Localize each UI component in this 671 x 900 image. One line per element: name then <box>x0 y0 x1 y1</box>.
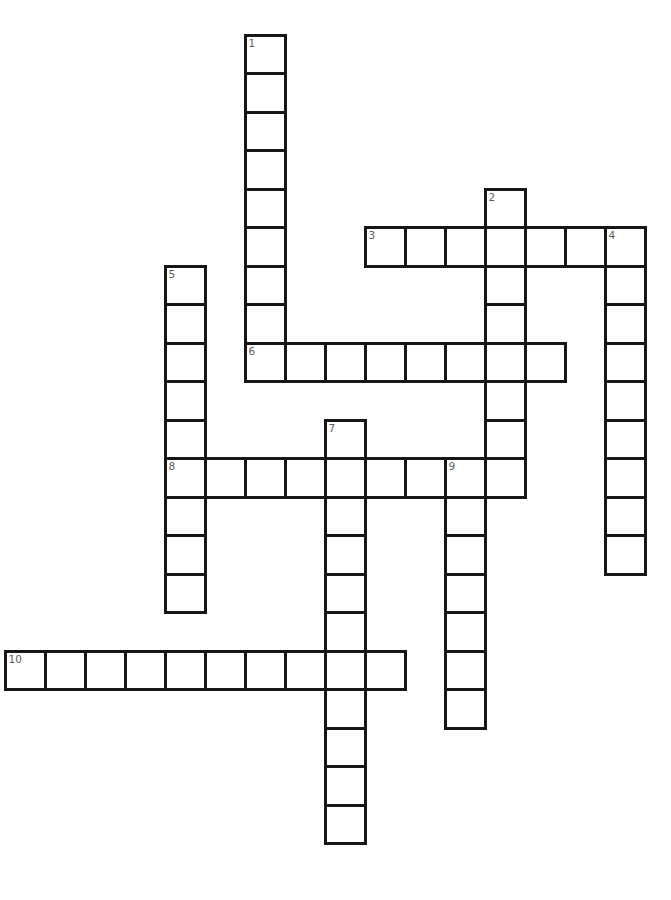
cell-r13c4[interactable] <box>164 534 207 576</box>
cell-r11c15[interactable] <box>604 457 647 499</box>
cell-r12c4[interactable] <box>164 496 207 538</box>
cell-r16c6[interactable] <box>244 650 287 692</box>
cell-r14c8[interactable] <box>324 573 367 615</box>
cell-r6c4[interactable]: 5 <box>164 265 207 307</box>
cell-r8c13[interactable] <box>524 342 567 384</box>
clue-number-2: 2 <box>489 191 496 204</box>
cell-r3c6[interactable] <box>244 149 287 191</box>
cell-r8c4[interactable] <box>164 342 207 384</box>
cell-r7c4[interactable] <box>164 303 207 345</box>
clue-number-3: 3 <box>369 229 376 242</box>
cell-r16c2[interactable] <box>84 650 127 692</box>
crossword-board: 12345678910 <box>5 35 645 844</box>
clue-number-8: 8 <box>169 460 176 473</box>
clue-number-10: 10 <box>9 653 22 666</box>
cell-r5c11[interactable] <box>444 226 487 268</box>
cell-r5c15[interactable]: 4 <box>604 226 647 268</box>
cell-r6c12[interactable] <box>484 265 527 307</box>
clue-number-7: 7 <box>329 422 336 435</box>
cell-r18c8[interactable] <box>324 727 367 769</box>
cell-r11c8[interactable] <box>324 457 367 499</box>
cell-r9c12[interactable] <box>484 380 527 422</box>
cell-r16c4[interactable] <box>164 650 207 692</box>
cell-r5c14[interactable] <box>564 226 607 268</box>
cell-r19c8[interactable] <box>324 765 367 807</box>
cell-r4c12[interactable]: 2 <box>484 188 527 230</box>
cell-r12c15[interactable] <box>604 496 647 538</box>
cell-r15c11[interactable] <box>444 611 487 653</box>
cell-r5c13[interactable] <box>524 226 567 268</box>
cell-r15c8[interactable] <box>324 611 367 653</box>
cell-r8c7[interactable] <box>284 342 327 384</box>
cell-r5c10[interactable] <box>404 226 447 268</box>
cell-r10c15[interactable] <box>604 419 647 461</box>
cell-r8c12[interactable] <box>484 342 527 384</box>
cell-r5c6[interactable] <box>244 226 287 268</box>
clue-number-4: 4 <box>609 229 616 242</box>
cell-r16c0[interactable]: 10 <box>4 650 47 692</box>
cell-r6c15[interactable] <box>604 265 647 307</box>
cell-r8c8[interactable] <box>324 342 367 384</box>
cell-r13c8[interactable] <box>324 534 367 576</box>
cell-r11c5[interactable] <box>204 457 247 499</box>
cell-r16c3[interactable] <box>124 650 167 692</box>
cell-r4c6[interactable] <box>244 188 287 230</box>
cell-r10c8[interactable]: 7 <box>324 419 367 461</box>
cell-r10c4[interactable] <box>164 419 207 461</box>
cell-r12c11[interactable] <box>444 496 487 538</box>
cell-r9c15[interactable] <box>604 380 647 422</box>
cell-r0c6[interactable]: 1 <box>244 34 287 76</box>
cell-r16c7[interactable] <box>284 650 327 692</box>
cell-r16c5[interactable] <box>204 650 247 692</box>
cell-r8c6[interactable]: 6 <box>244 342 287 384</box>
cell-r5c9[interactable]: 3 <box>364 226 407 268</box>
cell-r8c11[interactable] <box>444 342 487 384</box>
cell-r17c11[interactable] <box>444 688 487 730</box>
clue-number-1: 1 <box>249 37 256 50</box>
cell-r1c6[interactable] <box>244 72 287 114</box>
cell-r13c11[interactable] <box>444 534 487 576</box>
cell-r14c4[interactable] <box>164 573 207 615</box>
cell-r11c12[interactable] <box>484 457 527 499</box>
cell-r7c15[interactable] <box>604 303 647 345</box>
cell-r11c11[interactable]: 9 <box>444 457 487 499</box>
cell-r9c4[interactable] <box>164 380 207 422</box>
clue-number-6: 6 <box>249 345 256 358</box>
cell-r7c12[interactable] <box>484 303 527 345</box>
cell-r5c12[interactable] <box>484 226 527 268</box>
cell-r10c12[interactable] <box>484 419 527 461</box>
clue-number-5: 5 <box>169 268 176 281</box>
cell-r11c7[interactable] <box>284 457 327 499</box>
cell-r13c15[interactable] <box>604 534 647 576</box>
clue-number-9: 9 <box>449 460 456 473</box>
cell-r16c11[interactable] <box>444 650 487 692</box>
cell-r20c8[interactable] <box>324 804 367 846</box>
cell-r14c11[interactable] <box>444 573 487 615</box>
cell-r7c6[interactable] <box>244 303 287 345</box>
cell-r16c8[interactable] <box>324 650 367 692</box>
cell-r11c4[interactable]: 8 <box>164 457 207 499</box>
cell-r8c15[interactable] <box>604 342 647 384</box>
cell-r2c6[interactable] <box>244 111 287 153</box>
cell-r8c9[interactable] <box>364 342 407 384</box>
cell-r11c9[interactable] <box>364 457 407 499</box>
cell-r17c8[interactable] <box>324 688 367 730</box>
cell-r12c8[interactable] <box>324 496 367 538</box>
cell-r16c1[interactable] <box>44 650 87 692</box>
cell-r11c10[interactable] <box>404 457 447 499</box>
cell-r11c6[interactable] <box>244 457 287 499</box>
cell-r8c10[interactable] <box>404 342 447 384</box>
cell-r16c9[interactable] <box>364 650 407 692</box>
cell-r6c6[interactable] <box>244 265 287 307</box>
